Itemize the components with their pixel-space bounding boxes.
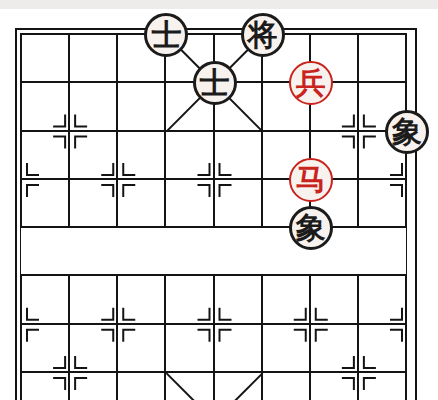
board-cell [69, 372, 117, 400]
board-cell [117, 372, 165, 400]
board-cell [214, 275, 262, 323]
board-cell [117, 324, 165, 372]
board-cell [21, 82, 69, 130]
river-cell [358, 227, 406, 275]
board-cell [21, 324, 69, 372]
red-horse[interactable]: 马 [289, 158, 333, 202]
river-cell [69, 227, 117, 275]
top-edge-strip [0, 0, 438, 9]
board-cell [165, 179, 213, 227]
board-cell [117, 82, 165, 130]
board-cell [214, 131, 262, 179]
board-cell [214, 372, 262, 400]
river-cell [165, 227, 213, 275]
board-cell [165, 275, 213, 323]
board-cell [165, 131, 213, 179]
board-cell [310, 324, 358, 372]
xiangqi-diagram: 士将士兵象马象 [0, 0, 438, 400]
black-general[interactable]: 将 [241, 13, 285, 57]
board-cell [69, 34, 117, 82]
board-cell [358, 34, 406, 82]
board-cell [21, 131, 69, 179]
river-cell [21, 227, 69, 275]
board-cell [117, 275, 165, 323]
board-cell [262, 372, 310, 400]
board-cell [358, 372, 406, 400]
board-cell [69, 324, 117, 372]
board-cell [310, 275, 358, 323]
board-cell [358, 179, 406, 227]
board-cell [310, 372, 358, 400]
black-elephant[interactable]: 象 [289, 206, 333, 250]
board-cell [165, 324, 213, 372]
board-cell [21, 179, 69, 227]
board-cell [69, 179, 117, 227]
river-cell [214, 227, 262, 275]
river-cell [117, 227, 165, 275]
black-advisor[interactable]: 士 [193, 61, 237, 105]
board-cell [69, 275, 117, 323]
board-cell [262, 275, 310, 323]
board-cell [69, 82, 117, 130]
board-cell [165, 372, 213, 400]
board-cell [214, 324, 262, 372]
board-cell [262, 324, 310, 372]
black-elephant[interactable]: 象 [385, 110, 429, 154]
red-soldier[interactable]: 兵 [289, 61, 333, 105]
board-cell [358, 275, 406, 323]
board-cell [21, 34, 69, 82]
board-cell [117, 179, 165, 227]
board-cell [214, 179, 262, 227]
board-cell [21, 275, 69, 323]
board-cell [358, 324, 406, 372]
board-cell [69, 131, 117, 179]
board-cell [117, 131, 165, 179]
board-cell [21, 372, 69, 400]
